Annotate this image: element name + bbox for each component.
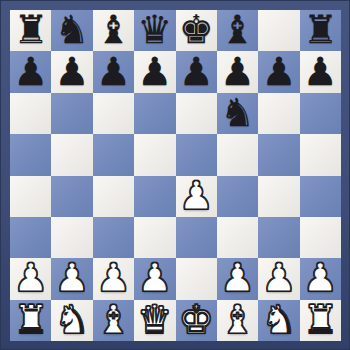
white-bishop[interactable]: ♝ [220, 300, 255, 339]
square-f8[interactable]: ♝ [217, 10, 258, 51]
square-h7[interactable]: ♟ [300, 51, 341, 92]
square-a1[interactable]: ♜ [10, 300, 51, 341]
white-bishop[interactable]: ♝ [96, 300, 131, 339]
square-h1[interactable]: ♜ [300, 300, 341, 341]
square-g8[interactable] [258, 10, 299, 51]
black-pawn[interactable]: ♟ [13, 52, 48, 91]
square-e7[interactable]: ♟ [176, 51, 217, 92]
white-rook[interactable]: ♜ [13, 300, 48, 339]
square-h8[interactable]: ♜ [300, 10, 341, 51]
black-rook[interactable]: ♜ [303, 10, 338, 49]
black-pawn[interactable]: ♟ [261, 52, 296, 91]
square-c1[interactable]: ♝ [93, 300, 134, 341]
square-b8[interactable]: ♞ [51, 10, 92, 51]
square-a5[interactable] [10, 134, 51, 175]
square-e5[interactable] [176, 134, 217, 175]
square-d2[interactable]: ♟ [134, 258, 175, 299]
square-g1[interactable]: ♞ [258, 300, 299, 341]
square-d8[interactable]: ♛ [134, 10, 175, 51]
black-bishop[interactable]: ♝ [220, 10, 255, 49]
square-h2[interactable]: ♟ [300, 258, 341, 299]
square-b7[interactable]: ♟ [51, 51, 92, 92]
black-pawn[interactable]: ♟ [179, 52, 214, 91]
square-c3[interactable] [93, 217, 134, 258]
square-c8[interactable]: ♝ [93, 10, 134, 51]
square-g7[interactable]: ♟ [258, 51, 299, 92]
square-h5[interactable] [300, 134, 341, 175]
square-c2[interactable]: ♟ [93, 258, 134, 299]
square-d1[interactable]: ♛ [134, 300, 175, 341]
square-f2[interactable]: ♟ [217, 258, 258, 299]
square-b5[interactable] [51, 134, 92, 175]
square-c4[interactable] [93, 176, 134, 217]
square-g4[interactable] [258, 176, 299, 217]
square-e3[interactable] [176, 217, 217, 258]
white-knight[interactable]: ♞ [261, 300, 296, 339]
chessboard: ♜♞♝♛♚♝♜♟♟♟♟♟♟♟♟♞♟♟♟♟♟♟♟♟♜♞♝♛♚♝♞♜ [10, 10, 341, 341]
square-a4[interactable] [10, 176, 51, 217]
square-d4[interactable] [134, 176, 175, 217]
square-a6[interactable] [10, 93, 51, 134]
square-c7[interactable]: ♟ [93, 51, 134, 92]
black-knight[interactable]: ♞ [55, 10, 90, 49]
white-pawn[interactable]: ♟ [55, 258, 90, 297]
white-knight[interactable]: ♞ [55, 300, 90, 339]
square-b6[interactable] [51, 93, 92, 134]
white-king[interactable]: ♚ [179, 300, 214, 339]
square-f3[interactable] [217, 217, 258, 258]
square-g6[interactable] [258, 93, 299, 134]
chessboard-frame: ♜♞♝♛♚♝♜♟♟♟♟♟♟♟♟♞♟♟♟♟♟♟♟♟♜♞♝♛♚♝♞♜ [0, 0, 350, 350]
black-pawn[interactable]: ♟ [55, 52, 90, 91]
black-king[interactable]: ♚ [179, 10, 214, 49]
square-b4[interactable] [51, 176, 92, 217]
black-queen[interactable]: ♛ [137, 10, 172, 49]
square-d6[interactable] [134, 93, 175, 134]
square-f7[interactable]: ♟ [217, 51, 258, 92]
white-queen[interactable]: ♛ [137, 300, 172, 339]
white-pawn[interactable]: ♟ [220, 258, 255, 297]
black-pawn[interactable]: ♟ [137, 52, 172, 91]
square-b1[interactable]: ♞ [51, 300, 92, 341]
square-a8[interactable]: ♜ [10, 10, 51, 51]
square-a7[interactable]: ♟ [10, 51, 51, 92]
square-f4[interactable] [217, 176, 258, 217]
black-bishop[interactable]: ♝ [96, 10, 131, 49]
white-pawn[interactable]: ♟ [137, 258, 172, 297]
square-d7[interactable]: ♟ [134, 51, 175, 92]
square-h4[interactable] [300, 176, 341, 217]
square-g5[interactable] [258, 134, 299, 175]
square-e2[interactable] [176, 258, 217, 299]
white-pawn[interactable]: ♟ [96, 258, 131, 297]
black-knight[interactable]: ♞ [220, 93, 255, 132]
white-pawn[interactable]: ♟ [179, 176, 214, 215]
square-h3[interactable] [300, 217, 341, 258]
white-pawn[interactable]: ♟ [261, 258, 296, 297]
square-d5[interactable] [134, 134, 175, 175]
square-g3[interactable] [258, 217, 299, 258]
square-e4[interactable]: ♟ [176, 176, 217, 217]
square-e1[interactable]: ♚ [176, 300, 217, 341]
square-a2[interactable]: ♟ [10, 258, 51, 299]
black-pawn[interactable]: ♟ [303, 52, 338, 91]
square-b3[interactable] [51, 217, 92, 258]
square-e6[interactable] [176, 93, 217, 134]
square-b2[interactable]: ♟ [51, 258, 92, 299]
black-rook[interactable]: ♜ [13, 10, 48, 49]
square-h6[interactable] [300, 93, 341, 134]
white-pawn[interactable]: ♟ [13, 258, 48, 297]
square-f5[interactable] [217, 134, 258, 175]
square-f6[interactable]: ♞ [217, 93, 258, 134]
square-f1[interactable]: ♝ [217, 300, 258, 341]
square-c5[interactable] [93, 134, 134, 175]
square-a3[interactable] [10, 217, 51, 258]
square-g2[interactable]: ♟ [258, 258, 299, 299]
black-pawn[interactable]: ♟ [96, 52, 131, 91]
white-rook[interactable]: ♜ [303, 300, 338, 339]
white-pawn[interactable]: ♟ [303, 258, 338, 297]
black-pawn[interactable]: ♟ [220, 52, 255, 91]
square-d3[interactable] [134, 217, 175, 258]
square-e8[interactable]: ♚ [176, 10, 217, 51]
square-c6[interactable] [93, 93, 134, 134]
